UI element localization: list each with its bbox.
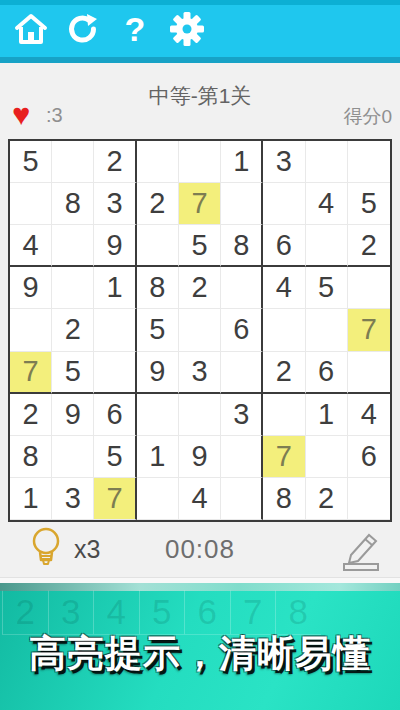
- cell-r4c5[interactable]: 2: [179, 267, 221, 309]
- pencil-mode-button[interactable]: [338, 528, 386, 572]
- cell-r4c8[interactable]: 5: [306, 267, 348, 309]
- home-button[interactable]: [12, 9, 50, 49]
- cell-r8c6[interactable]: [221, 436, 263, 478]
- cell-r8c2[interactable]: [52, 436, 94, 478]
- cell-r4c7[interactable]: 4: [263, 267, 305, 309]
- cell-r3c2[interactable]: [52, 225, 94, 267]
- cell-r2c2[interactable]: 8: [52, 183, 94, 225]
- bottom-toolbar: x3 00:08: [0, 522, 400, 577]
- cell-r3c9[interactable]: 2: [348, 225, 390, 267]
- cell-r7c3[interactable]: 6: [94, 394, 136, 436]
- cell-r4c9[interactable]: [348, 267, 390, 309]
- cell-r7c7[interactable]: [263, 394, 305, 436]
- cell-r2c9[interactable]: 5: [348, 183, 390, 225]
- cell-r8c7[interactable]: 7: [263, 436, 305, 478]
- cell-r1c8[interactable]: [306, 141, 348, 183]
- cell-r6c5[interactable]: 3: [179, 352, 221, 394]
- cell-r9c9[interactable]: [348, 478, 390, 520]
- restart-icon: [65, 11, 101, 47]
- cell-r4c4[interactable]: 8: [137, 267, 179, 309]
- promo-caption: 高亮提示，清晰易懂: [0, 629, 400, 679]
- cell-r7c4[interactable]: [137, 394, 179, 436]
- cell-r1c9[interactable]: [348, 141, 390, 183]
- cell-r9c1[interactable]: 1: [10, 478, 52, 520]
- stats-row: ♥ :3 得分0: [0, 100, 400, 134]
- cell-r9c5[interactable]: 4: [179, 478, 221, 520]
- cell-r1c5[interactable]: [179, 141, 221, 183]
- cell-r2c1[interactable]: [10, 183, 52, 225]
- cell-r1c2[interactable]: [52, 141, 94, 183]
- home-icon: [13, 12, 49, 46]
- sudoku-board: 5213832745495862918245256775932629631485…: [8, 139, 392, 522]
- cell-r7c2[interactable]: 9: [52, 394, 94, 436]
- cell-r9c2[interactable]: 3: [52, 478, 94, 520]
- cell-r5c5[interactable]: [179, 309, 221, 351]
- promo-top-edge: [0, 583, 400, 591]
- cell-r6c2[interactable]: 5: [52, 352, 94, 394]
- cell-r9c8[interactable]: 2: [306, 478, 348, 520]
- cell-r2c7[interactable]: [263, 183, 305, 225]
- cell-r7c9[interactable]: 4: [348, 394, 390, 436]
- cell-r2c5[interactable]: 7: [179, 183, 221, 225]
- cell-r7c5[interactable]: [179, 394, 221, 436]
- cell-r3c7[interactable]: 6: [263, 225, 305, 267]
- cell-r7c1[interactable]: 2: [10, 394, 52, 436]
- help-icon: ?: [125, 12, 146, 46]
- lives-count: :3: [46, 104, 63, 127]
- cell-r9c7[interactable]: 8: [263, 478, 305, 520]
- cell-r9c3[interactable]: 7: [94, 478, 136, 520]
- settings-button[interactable]: [168, 9, 206, 49]
- cell-r1c4[interactable]: [137, 141, 179, 183]
- cell-r8c1[interactable]: 8: [10, 436, 52, 478]
- cell-r9c6[interactable]: [221, 478, 263, 520]
- cell-r7c6[interactable]: 3: [221, 394, 263, 436]
- restart-button[interactable]: [64, 9, 102, 49]
- cell-r1c1[interactable]: 5: [10, 141, 52, 183]
- cell-r8c5[interactable]: 9: [179, 436, 221, 478]
- cell-r6c7[interactable]: 2: [263, 352, 305, 394]
- cell-r3c6[interactable]: 8: [221, 225, 263, 267]
- heart-icon: ♥: [12, 98, 30, 132]
- cell-r3c5[interactable]: 5: [179, 225, 221, 267]
- cell-r6c8[interactable]: 6: [306, 352, 348, 394]
- cell-r8c8[interactable]: [306, 436, 348, 478]
- cell-r8c4[interactable]: 1: [137, 436, 179, 478]
- cell-r4c6[interactable]: [221, 267, 263, 309]
- help-button[interactable]: ?: [116, 9, 154, 49]
- score-label: 得分0: [343, 104, 392, 130]
- cell-r3c1[interactable]: 4: [10, 225, 52, 267]
- cell-r6c1[interactable]: 7: [10, 352, 52, 394]
- cell-r6c9[interactable]: [348, 352, 390, 394]
- cell-r8c9[interactable]: 6: [348, 436, 390, 478]
- cell-r3c3[interactable]: 9: [94, 225, 136, 267]
- settings-icon: [168, 10, 206, 48]
- cell-r2c8[interactable]: 4: [306, 183, 348, 225]
- cell-r1c6[interactable]: 1: [221, 141, 263, 183]
- cell-r5c4[interactable]: 5: [137, 309, 179, 351]
- cell-r7c8[interactable]: 1: [306, 394, 348, 436]
- topbar-accent-strip: [0, 57, 400, 63]
- cell-r1c3[interactable]: 2: [94, 141, 136, 183]
- promo-banner: 2345678 高亮提示，清晰易懂: [0, 583, 400, 710]
- cell-r3c8[interactable]: [306, 225, 348, 267]
- cell-r2c4[interactable]: 2: [137, 183, 179, 225]
- cell-r2c3[interactable]: 3: [94, 183, 136, 225]
- cell-r6c4[interactable]: 9: [137, 352, 179, 394]
- cell-r5c1[interactable]: [10, 309, 52, 351]
- cell-r3c4[interactable]: [137, 225, 179, 267]
- cell-r4c1[interactable]: 9: [10, 267, 52, 309]
- cell-r5c9[interactable]: 7: [348, 309, 390, 351]
- cell-r5c2[interactable]: 2: [52, 309, 94, 351]
- cell-r5c7[interactable]: [263, 309, 305, 351]
- cell-r5c8[interactable]: [306, 309, 348, 351]
- cell-r1c7[interactable]: 3: [263, 141, 305, 183]
- cell-r2c6[interactable]: [221, 183, 263, 225]
- cell-r5c3[interactable]: [94, 309, 136, 351]
- cell-r4c2[interactable]: [52, 267, 94, 309]
- cell-r9c4[interactable]: [137, 478, 179, 520]
- cell-r4c3[interactable]: 1: [94, 267, 136, 309]
- cell-r8c3[interactable]: 5: [94, 436, 136, 478]
- pencil-icon: [338, 528, 386, 572]
- cell-r6c3[interactable]: [94, 352, 136, 394]
- cell-r5c6[interactable]: 6: [221, 309, 263, 351]
- cell-r6c6[interactable]: [221, 352, 263, 394]
- top-toolbar: ?: [0, 0, 400, 57]
